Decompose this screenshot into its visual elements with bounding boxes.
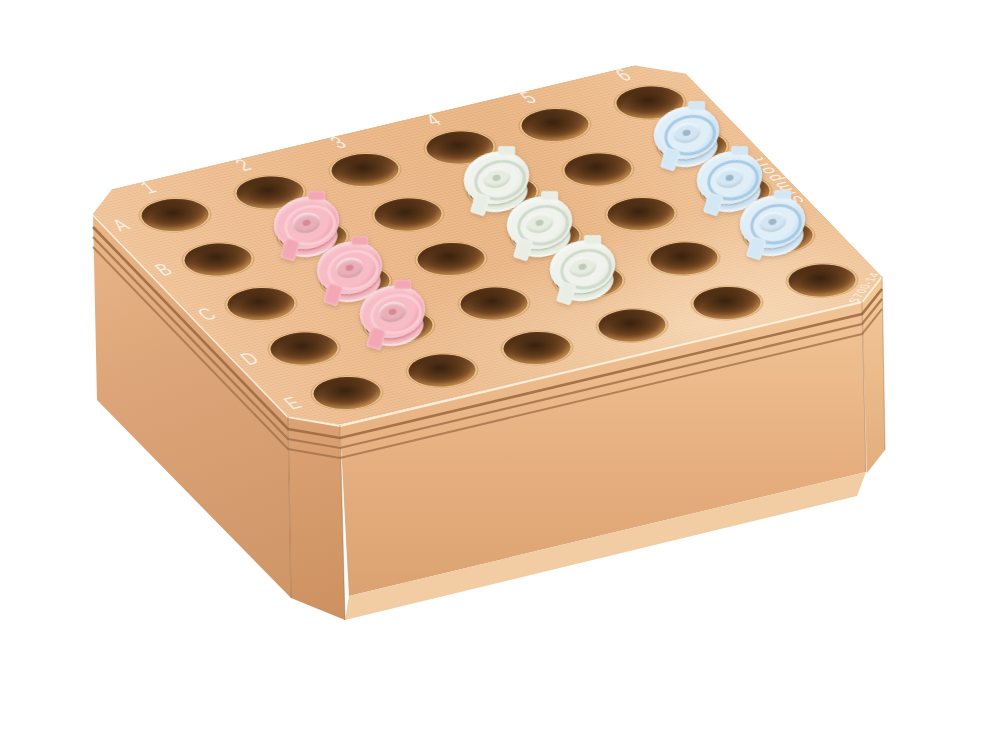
well-bore-C5 xyxy=(597,193,685,236)
well-bore-A4 xyxy=(416,126,504,169)
well-bore-D4 xyxy=(545,260,633,303)
well-bore-E4 xyxy=(588,304,676,347)
well-bore-D6 xyxy=(735,215,823,258)
well-bore-E5 xyxy=(683,282,771,325)
well-bore-A6 xyxy=(606,81,694,124)
well-bore-E3 xyxy=(493,327,581,370)
well-bore-B4 xyxy=(459,171,547,214)
well-bore-C4 xyxy=(502,215,590,258)
well-bore-B2 xyxy=(269,216,357,259)
well-bore-B6 xyxy=(649,126,737,169)
well-bore-C2 xyxy=(312,260,400,303)
well-bore-A5 xyxy=(511,104,599,147)
well-bore-B3 xyxy=(364,193,452,236)
well-bore-B1 xyxy=(174,238,262,281)
well-bore-B5 xyxy=(554,148,642,191)
product-photo-scene: Simport S700-14 123456ABCDE xyxy=(0,0,1000,732)
well-bore-D2 xyxy=(355,305,443,348)
well-bore-A1 xyxy=(131,194,219,237)
well-bore-A3 xyxy=(321,149,409,192)
well-bore-C3 xyxy=(407,238,495,281)
well-bore-E1 xyxy=(303,372,391,415)
well-bore-C1 xyxy=(217,283,305,326)
well-bore-A2 xyxy=(226,171,314,214)
well-bore-D5 xyxy=(640,237,728,280)
well-bore-E2 xyxy=(398,349,486,392)
well-bore-D3 xyxy=(450,282,538,325)
well-bore-D1 xyxy=(260,327,348,370)
